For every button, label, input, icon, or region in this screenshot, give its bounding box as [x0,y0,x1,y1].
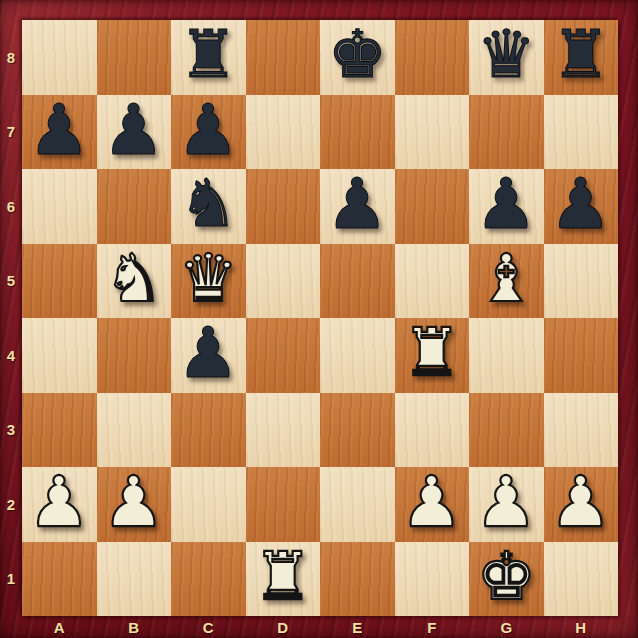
piece-black-pawn-b7[interactable]: ♟ [102,95,165,165]
square-a4[interactable] [22,318,97,393]
square-f1[interactable] [395,542,470,617]
rank-label-4: 4 [0,318,22,393]
square-e5[interactable] [320,244,395,319]
square-e2[interactable] [320,467,395,542]
piece-black-pawn-c7[interactable]: ♟ [177,95,240,165]
square-h4[interactable] [544,318,619,393]
square-a5[interactable] [22,244,97,319]
square-d2[interactable] [246,467,321,542]
square-f5[interactable] [395,244,470,319]
square-e6[interactable]: ♟ [320,169,395,244]
piece-white-pawn-h2[interactable]: ♟ [549,467,612,537]
file-labels: ABCDEFGH [22,616,618,638]
piece-black-king-e8[interactable]: ♚ [328,22,387,88]
square-a7[interactable]: ♟ [22,95,97,170]
square-a1[interactable] [22,542,97,617]
piece-white-bishop-g5[interactable]: ♝ [477,246,536,312]
square-d1[interactable]: ♜ [246,542,321,617]
piece-black-pawn-e6[interactable]: ♟ [326,169,389,239]
square-h2[interactable]: ♟ [544,467,619,542]
square-f4[interactable]: ♜ [395,318,470,393]
square-d4[interactable] [246,318,321,393]
rank-label-5: 5 [0,244,22,319]
square-b2[interactable]: ♟ [97,467,172,542]
square-e7[interactable] [320,95,395,170]
square-h6[interactable]: ♟ [544,169,619,244]
square-b7[interactable]: ♟ [97,95,172,170]
square-d7[interactable] [246,95,321,170]
square-b6[interactable] [97,169,172,244]
chess-board: ♜♚♛♜♟♟♟♞♟♟♟♞♛♝♟♜♟♟♟♟♟♜♚ [22,20,618,616]
square-h7[interactable] [544,95,619,170]
rank-labels: 87654321 [0,20,22,616]
rank-label-3: 3 [0,393,22,468]
file-label-g: G [469,616,544,638]
rank-label-1: 1 [0,542,22,617]
file-label-e: E [320,616,395,638]
square-f7[interactable] [395,95,470,170]
piece-white-pawn-g2[interactable]: ♟ [475,467,538,537]
piece-white-rook-f4[interactable]: ♜ [402,320,461,386]
rank-label-2: 2 [0,467,22,542]
square-a2[interactable]: ♟ [22,467,97,542]
square-h3[interactable] [544,393,619,468]
square-d8[interactable] [246,20,321,95]
square-g5[interactable]: ♝ [469,244,544,319]
chess-board-frame: 87654321 ABCDEFGH ♜♚♛♜♟♟♟♞♟♟♟♞♛♝♟♜♟♟♟♟♟♜… [0,0,638,638]
piece-black-pawn-h6[interactable]: ♟ [549,169,612,239]
piece-black-rook-c8[interactable]: ♜ [179,22,238,88]
square-c5[interactable]: ♛ [171,244,246,319]
square-e1[interactable] [320,542,395,617]
file-label-h: H [544,616,619,638]
square-b3[interactable] [97,393,172,468]
square-c4[interactable]: ♟ [171,318,246,393]
square-b5[interactable]: ♞ [97,244,172,319]
square-h1[interactable] [544,542,619,617]
square-g8[interactable]: ♛ [469,20,544,95]
square-c3[interactable] [171,393,246,468]
rank-label-8: 8 [0,20,22,95]
square-h5[interactable] [544,244,619,319]
piece-black-queen-g8[interactable]: ♛ [477,22,536,88]
piece-black-pawn-a7[interactable]: ♟ [28,95,91,165]
piece-white-pawn-a2[interactable]: ♟ [28,467,91,537]
square-f6[interactable] [395,169,470,244]
square-e8[interactable]: ♚ [320,20,395,95]
piece-black-knight-c6[interactable]: ♞ [179,171,238,237]
file-label-f: F [395,616,470,638]
square-a6[interactable] [22,169,97,244]
piece-black-pawn-c4[interactable]: ♟ [177,318,240,388]
square-h8[interactable]: ♜ [544,20,619,95]
square-e3[interactable] [320,393,395,468]
square-c7[interactable]: ♟ [171,95,246,170]
rank-label-7: 7 [0,95,22,170]
square-g1[interactable]: ♚ [469,542,544,617]
square-f3[interactable] [395,393,470,468]
square-d5[interactable] [246,244,321,319]
square-c8[interactable]: ♜ [171,20,246,95]
piece-white-pawn-b2[interactable]: ♟ [102,467,165,537]
square-g7[interactable] [469,95,544,170]
rank-label-6: 6 [0,169,22,244]
file-label-d: D [246,616,321,638]
square-f8[interactable] [395,20,470,95]
square-b1[interactable] [97,542,172,617]
piece-white-pawn-f2[interactable]: ♟ [400,467,463,537]
piece-black-pawn-g6[interactable]: ♟ [475,169,538,239]
square-g3[interactable] [469,393,544,468]
square-g2[interactable]: ♟ [469,467,544,542]
square-e4[interactable] [320,318,395,393]
piece-white-knight-b5[interactable]: ♞ [104,246,163,312]
square-c1[interactable] [171,542,246,617]
square-d6[interactable] [246,169,321,244]
square-b8[interactable] [97,20,172,95]
square-c6[interactable]: ♞ [171,169,246,244]
piece-white-king-g1[interactable]: ♚ [477,544,536,610]
file-label-a: A [22,616,97,638]
square-a3[interactable] [22,393,97,468]
piece-white-queen-c5[interactable]: ♛ [179,246,238,312]
piece-black-rook-h8[interactable]: ♜ [551,22,610,88]
square-d3[interactable] [246,393,321,468]
file-label-c: C [171,616,246,638]
square-a8[interactable] [22,20,97,95]
square-g6[interactable]: ♟ [469,169,544,244]
square-f2[interactable]: ♟ [395,467,470,542]
piece-white-rook-d1[interactable]: ♜ [253,544,312,610]
square-c2[interactable] [171,467,246,542]
square-g4[interactable] [469,318,544,393]
file-label-b: B [97,616,172,638]
square-b4[interactable] [97,318,172,393]
